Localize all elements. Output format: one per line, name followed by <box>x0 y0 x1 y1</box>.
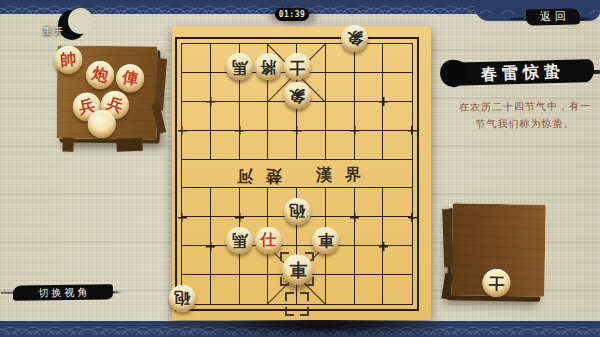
piece-red-炮: 炮 <box>86 61 114 89</box>
restart-label: 重开 <box>43 25 65 38</box>
switch-view-label: 切换视角 <box>13 284 113 300</box>
level-title: 春雷惊蛰 <box>447 58 595 87</box>
board-cell <box>211 275 240 304</box>
table-leg <box>116 138 143 152</box>
piece-black-馬[interactable]: 馬 <box>226 227 253 254</box>
point-marker <box>178 126 187 135</box>
piece-red-俥: 俥 <box>116 64 144 92</box>
point-marker <box>178 213 187 222</box>
piece-black-砲[interactable]: 砲 <box>284 198 311 225</box>
back-button[interactable]: 返回 <box>526 8 580 25</box>
board-cell <box>326 275 355 304</box>
level-title-banner: 春雷惊蛰 <box>447 59 595 86</box>
game-timer: 01:39 <box>275 8 309 21</box>
point-marker <box>379 97 388 106</box>
board-cell <box>383 44 412 73</box>
piece-black-砲[interactable]: 砲 <box>169 285 196 312</box>
board-cell <box>383 160 412 189</box>
river-label-han-jie: 漢界 <box>316 165 374 186</box>
point-marker <box>408 126 417 135</box>
game-screen: 帥炮俥兵兵 士 楚河 漢界 象馬將士象砲馬仕車車砲 重开 01:39 返回 春雷… <box>0 0 600 337</box>
selected-piece-marker <box>280 252 314 286</box>
point-marker <box>235 126 244 135</box>
level-description: 在农历二十四节气中，有一 节气我们称为惊蛰。 <box>452 97 598 132</box>
xiangqi-board[interactable]: 楚河 漢界 象馬將士象砲馬仕車車砲 <box>172 26 431 320</box>
board-cell <box>355 275 384 304</box>
table-leg <box>62 138 73 152</box>
table-leg <box>151 103 166 134</box>
board-cell <box>326 73 355 102</box>
right-capture-tray: 士 <box>451 203 546 297</box>
piece-black-士[interactable]: 士 <box>284 53 311 80</box>
piece-black-象[interactable]: 象 <box>284 82 311 109</box>
switch-view-button[interactable]: 切换视角 <box>13 284 113 300</box>
piece-black-車[interactable]: 車 <box>312 227 339 254</box>
back-label: 返回 <box>526 8 580 25</box>
point-marker <box>206 242 215 251</box>
point-marker <box>206 97 215 106</box>
restart-button[interactable]: 重开 <box>40 8 90 48</box>
point-marker <box>350 213 359 222</box>
piece-black-士: 士 <box>482 269 510 297</box>
board-cell <box>383 275 412 304</box>
board-cell <box>240 275 269 304</box>
table-leg <box>441 273 453 300</box>
point-marker <box>408 213 417 222</box>
move-target-marker <box>285 292 309 316</box>
piece-red <box>88 110 116 138</box>
river-label-chu-he: 楚河 <box>224 165 282 186</box>
board-cell <box>182 160 211 189</box>
point-marker <box>350 126 359 135</box>
piece-red-帥: 帥 <box>54 46 82 74</box>
board-cell <box>182 44 211 73</box>
level-description-line1: 在农历二十四节气中，有一 <box>452 97 598 115</box>
point-marker <box>235 213 244 222</box>
point-marker <box>293 126 302 135</box>
level-description-line2: 节气我们称为惊蛰。 <box>452 114 598 132</box>
piece-red-仕[interactable]: 仕 <box>255 227 282 254</box>
piece-black-將[interactable]: 將 <box>255 53 282 80</box>
left-capture-tray: 帥炮俥兵兵 <box>57 46 158 140</box>
point-marker <box>379 242 388 251</box>
table-leg <box>442 209 453 267</box>
piece-black-象[interactable]: 象 <box>341 25 368 52</box>
